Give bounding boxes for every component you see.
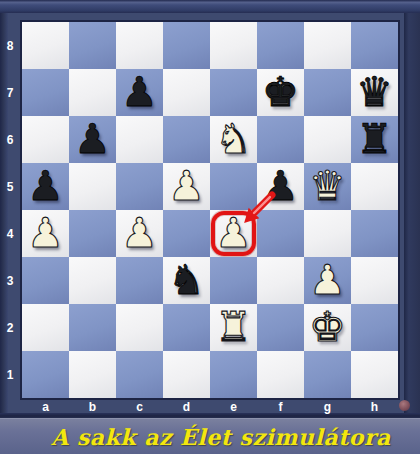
square-f7[interactable]: ♚ (257, 69, 304, 116)
square-d3[interactable]: ♞ (163, 257, 210, 304)
square-b4[interactable] (69, 210, 116, 257)
square-c8[interactable] (116, 22, 163, 69)
piece-black-pawn: ♟ (121, 69, 158, 116)
square-f3[interactable] (257, 257, 304, 304)
square-d5[interactable]: ♟ (163, 163, 210, 210)
square-h8[interactable] (351, 22, 398, 69)
piece-white-pawn: ♟ (121, 210, 158, 257)
square-a3[interactable] (22, 257, 69, 304)
piece-white-king: ♚ (309, 304, 346, 351)
rank-label-2: 2 (0, 304, 20, 351)
square-d7[interactable] (163, 69, 210, 116)
square-b2[interactable] (69, 304, 116, 351)
square-c7[interactable]: ♟ (116, 69, 163, 116)
piece-black-pawn: ♟ (74, 116, 111, 163)
square-a8[interactable] (22, 22, 69, 69)
rank-label-5: 5 (0, 163, 20, 210)
piece-black-rook: ♜ (356, 116, 393, 163)
caption-bar: A sakk az Élet szimulátora (0, 418, 420, 454)
square-d8[interactable] (163, 22, 210, 69)
caption-text: A sakk az Élet szimulátora (51, 424, 391, 450)
square-c4[interactable]: ♟ (116, 210, 163, 257)
rank-label-3: 3 (0, 257, 20, 304)
square-b3[interactable] (69, 257, 116, 304)
square-d2[interactable] (163, 304, 210, 351)
rank-label-1: 1 (0, 351, 20, 398)
square-e1[interactable] (210, 351, 257, 398)
square-d1[interactable] (163, 351, 210, 398)
square-b1[interactable] (69, 351, 116, 398)
file-label-f: f (257, 399, 304, 414)
square-f5[interactable]: ♟ (257, 163, 304, 210)
square-a1[interactable] (22, 351, 69, 398)
rank-label-8: 8 (0, 22, 20, 69)
square-e7[interactable] (210, 69, 257, 116)
square-g5[interactable]: ♛ (304, 163, 351, 210)
square-a2[interactable] (22, 304, 69, 351)
square-g7[interactable] (304, 69, 351, 116)
piece-white-rook: ♜ (215, 304, 252, 351)
square-g3[interactable]: ♟ (304, 257, 351, 304)
board: ♟♚♛♟♞♜♟♟♟♛♟♟♟♞♟♜♚ (20, 20, 400, 400)
piece-black-king: ♚ (262, 69, 299, 116)
file-label-a: a (22, 399, 69, 414)
square-a5[interactable]: ♟ (22, 163, 69, 210)
square-c5[interactable] (116, 163, 163, 210)
chess-diagram: 87654321 ♟♚♛♟♞♜♟♟♟♛♟♟♟♞♟♜♚ abcdefgh A sa… (0, 0, 420, 454)
square-f2[interactable] (257, 304, 304, 351)
square-g8[interactable] (304, 22, 351, 69)
square-b8[interactable] (69, 22, 116, 69)
square-b5[interactable] (69, 163, 116, 210)
square-g2[interactable]: ♚ (304, 304, 351, 351)
square-h6[interactable]: ♜ (351, 116, 398, 163)
square-h7[interactable]: ♛ (351, 69, 398, 116)
piece-white-queen: ♛ (309, 163, 346, 210)
watermark-dot-icon (399, 400, 410, 411)
file-label-g: g (304, 399, 351, 414)
rank-label-4: 4 (0, 210, 20, 257)
square-d4[interactable] (163, 210, 210, 257)
rank-label-7: 7 (0, 69, 20, 116)
file-label-h: h (351, 399, 398, 414)
square-f1[interactable] (257, 351, 304, 398)
file-label-b: b (69, 399, 116, 414)
square-f8[interactable] (257, 22, 304, 69)
file-label-d: d (163, 399, 210, 414)
square-a7[interactable] (22, 69, 69, 116)
frame-right-edge (404, 0, 420, 418)
piece-white-pawn: ♟ (309, 257, 346, 304)
square-a6[interactable] (22, 116, 69, 163)
rank-label-6: 6 (0, 116, 20, 163)
square-h5[interactable] (351, 163, 398, 210)
square-a4[interactable]: ♟ (22, 210, 69, 257)
square-d6[interactable] (163, 116, 210, 163)
piece-black-pawn: ♟ (262, 163, 299, 210)
file-labels: abcdefgh (22, 399, 398, 414)
square-e5[interactable] (210, 163, 257, 210)
square-h4[interactable] (351, 210, 398, 257)
square-h1[interactable] (351, 351, 398, 398)
capture-highlight (211, 211, 256, 256)
square-h2[interactable] (351, 304, 398, 351)
square-h3[interactable] (351, 257, 398, 304)
rank-labels: 87654321 (0, 22, 20, 398)
piece-white-knight: ♞ (215, 116, 252, 163)
square-e8[interactable] (210, 22, 257, 69)
square-e2[interactable]: ♜ (210, 304, 257, 351)
piece-black-queen: ♛ (356, 69, 393, 116)
piece-black-pawn: ♟ (27, 163, 64, 210)
square-f6[interactable] (257, 116, 304, 163)
square-b6[interactable]: ♟ (69, 116, 116, 163)
frame-top-edge (0, 0, 420, 13)
square-g4[interactable] (304, 210, 351, 257)
piece-white-pawn: ♟ (168, 163, 205, 210)
square-e6[interactable]: ♞ (210, 116, 257, 163)
square-c6[interactable] (116, 116, 163, 163)
square-g6[interactable] (304, 116, 351, 163)
square-f4[interactable] (257, 210, 304, 257)
square-b7[interactable] (69, 69, 116, 116)
piece-white-pawn: ♟ (27, 210, 64, 257)
piece-black-knight: ♞ (168, 257, 205, 304)
file-label-c: c (116, 399, 163, 414)
square-g1[interactable] (304, 351, 351, 398)
square-e3[interactable] (210, 257, 257, 304)
square-c1[interactable] (116, 351, 163, 398)
square-c3[interactable] (116, 257, 163, 304)
file-label-e: e (210, 399, 257, 414)
square-c2[interactable] (116, 304, 163, 351)
